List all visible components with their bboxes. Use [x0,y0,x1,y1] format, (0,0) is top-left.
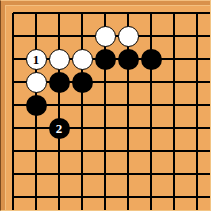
board-cell-4-2[interactable] [71,25,94,48]
board-cell-5-8[interactable] [94,163,117,186]
stone-white [118,26,139,47]
board-cell-6-3[interactable] [117,48,140,71]
board-cell-9-4[interactable] [186,71,209,94]
board-cell-1-4[interactable] [2,71,25,94]
board-cell-6-7[interactable] [117,140,140,163]
board-cell-8-8[interactable] [163,163,186,186]
stone-black-move-2: 2 [49,118,70,139]
board-cell-9-9[interactable] [186,186,209,209]
board-grid: 12 [2,2,209,209]
stone-black [95,49,116,70]
board-cell-7-6[interactable] [140,117,163,140]
board-cell-1-9[interactable] [2,186,25,209]
stone-white [49,49,70,70]
board-cell-9-1[interactable] [186,2,209,25]
board-cell-4-7[interactable] [71,140,94,163]
board-cell-5-1[interactable] [94,2,117,25]
board-cell-4-3[interactable] [71,48,94,71]
board-cell-3-8[interactable] [48,163,71,186]
board-cell-3-6[interactable]: 2 [48,117,71,140]
board-cell-8-9[interactable] [163,186,186,209]
board-cell-4-6[interactable] [71,117,94,140]
board-cell-5-3[interactable] [94,48,117,71]
board-cell-7-1[interactable] [140,2,163,25]
board-cell-7-7[interactable] [140,140,163,163]
board-cell-6-1[interactable] [117,2,140,25]
board-cell-1-8[interactable] [2,163,25,186]
stone-black [118,49,139,70]
board-cell-1-2[interactable] [2,25,25,48]
board-cell-8-4[interactable] [163,71,186,94]
board-cell-2-2[interactable] [25,25,48,48]
board-cell-8-6[interactable] [163,117,186,140]
board-cell-9-3[interactable] [186,48,209,71]
board-cell-3-2[interactable] [48,25,71,48]
board-cell-5-7[interactable] [94,140,117,163]
board-cell-3-5[interactable] [48,94,71,117]
board-cell-5-4[interactable] [94,71,117,94]
board-cell-2-4[interactable] [25,71,48,94]
board-cell-9-5[interactable] [186,94,209,117]
board-cell-7-5[interactable] [140,94,163,117]
go-board: 12 [5,5,210,210]
board-cell-3-4[interactable] [48,71,71,94]
board-cell-1-1[interactable] [2,2,25,25]
stone-black [49,72,70,93]
board-cell-6-9[interactable] [117,186,140,209]
stone-black [26,95,47,116]
board-cell-5-6[interactable] [94,117,117,140]
board-cell-1-6[interactable] [2,117,25,140]
board-cell-2-9[interactable] [25,186,48,209]
board-cell-2-1[interactable] [25,2,48,25]
board-cell-6-6[interactable] [117,117,140,140]
board-cell-9-6[interactable] [186,117,209,140]
board-cell-3-9[interactable] [48,186,71,209]
stone-white [72,49,93,70]
board-cell-1-5[interactable] [2,94,25,117]
board-cell-8-1[interactable] [163,2,186,25]
board-cell-8-2[interactable] [163,25,186,48]
board-cell-8-3[interactable] [163,48,186,71]
board-cell-4-5[interactable] [71,94,94,117]
board-cell-4-1[interactable] [71,2,94,25]
stone-black [141,49,162,70]
board-cell-7-3[interactable] [140,48,163,71]
board-cell-5-9[interactable] [94,186,117,209]
board-cell-3-7[interactable] [48,140,71,163]
board-cell-7-9[interactable] [140,186,163,209]
stone-black [72,72,93,93]
board-cell-6-4[interactable] [117,71,140,94]
board-cell-7-8[interactable] [140,163,163,186]
board-cell-9-7[interactable] [186,140,209,163]
go-diagram: 12 [0,0,211,211]
stone-white [26,72,47,93]
board-cell-6-2[interactable] [117,25,140,48]
board-cell-8-7[interactable] [163,140,186,163]
board-cell-5-5[interactable] [94,94,117,117]
board-cell-2-6[interactable] [25,117,48,140]
board-cell-6-5[interactable] [117,94,140,117]
board-cell-2-3[interactable]: 1 [25,48,48,71]
board-cell-3-3[interactable] [48,48,71,71]
stone-white [95,26,116,47]
board-cell-1-3[interactable] [2,48,25,71]
board-cell-3-1[interactable] [48,2,71,25]
board-cell-4-4[interactable] [71,71,94,94]
board-cell-2-5[interactable] [25,94,48,117]
board-cell-4-9[interactable] [71,186,94,209]
stone-white-move-1: 1 [26,49,47,70]
board-cell-8-5[interactable] [163,94,186,117]
board-cell-5-2[interactable] [94,25,117,48]
board-cell-9-8[interactable] [186,163,209,186]
board-cell-6-8[interactable] [117,163,140,186]
board-cell-9-2[interactable] [186,25,209,48]
board-cell-1-7[interactable] [2,140,25,163]
board-cell-7-4[interactable] [140,71,163,94]
board-cell-2-8[interactable] [25,163,48,186]
board-cell-4-8[interactable] [71,163,94,186]
board-cell-2-7[interactable] [25,140,48,163]
board-cell-7-2[interactable] [140,25,163,48]
